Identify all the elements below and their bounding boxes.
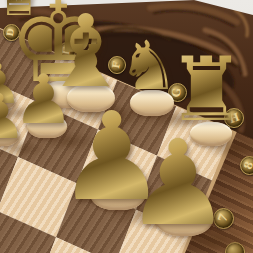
pawn-c7-glyph: ♟ [0, 86, 27, 148]
chess-set-photo: DEFGH87♛♚♝♞♜♟♟♟♟♟ [0, 0, 253, 253]
disc-label: 8 [243, 160, 253, 171]
pawn-g7-glyph: ♟ [125, 124, 231, 242]
